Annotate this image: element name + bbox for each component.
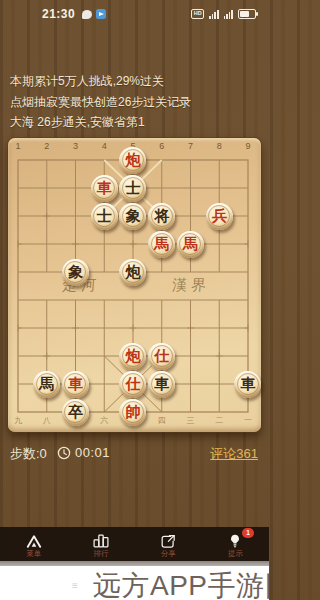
piece-red-炮[interactable]: 炮 <box>119 147 146 174</box>
watermark-text: 远方APP手游网 <box>93 567 269 600</box>
comments-link[interactable]: 评论361 <box>210 445 258 463</box>
piece-black-馬[interactable]: 馬 <box>33 371 60 398</box>
piece-red-炮[interactable]: 炮 <box>119 343 146 370</box>
notification-icons <box>82 9 106 19</box>
step-counter: 步数:0 <box>10 445 47 463</box>
pieces-layer: 炮車士士象将兵馬馬象炮炮仕馬車仕車車卒帥 <box>4 146 263 426</box>
nav-item-share[interactable]: 分享 <box>135 527 202 561</box>
best-player-line: 大海 26步通关,安徽省第1 <box>10 112 267 133</box>
status-bar: 21:30 HD <box>0 5 269 23</box>
battery-icon <box>238 9 256 19</box>
piece-red-帥[interactable]: 帥 <box>119 399 146 426</box>
chat-app-icon <box>82 10 92 19</box>
nav-label-share: 分享 <box>161 550 176 558</box>
piece-black-車[interactable]: 車 <box>234 371 261 398</box>
ranking-icon <box>92 533 110 549</box>
clock-time: 21:30 <box>42 7 75 21</box>
hud-bar: 步数:0 00:01 评论361 <box>0 444 269 462</box>
bottom-nav: 菜单 排行 分享 提示 1 <box>0 527 269 561</box>
watermark-mark: ≡ <box>72 580 78 591</box>
menu-icon <box>25 533 43 549</box>
hint-badge: 1 <box>242 528 254 538</box>
piece-red-兵[interactable]: 兵 <box>206 203 233 230</box>
share-icon <box>159 533 177 549</box>
piece-red-車[interactable]: 車 <box>91 175 118 202</box>
nav-item-menu[interactable]: 菜单 <box>0 527 67 561</box>
piece-red-馬[interactable]: 馬 <box>148 231 175 258</box>
piece-black-士[interactable]: 士 <box>91 203 118 230</box>
nav-label-menu: 菜单 <box>26 550 41 558</box>
piece-red-馬[interactable]: 馬 <box>177 231 204 258</box>
signal-icon <box>209 10 218 19</box>
piece-black-卒[interactable]: 卒 <box>62 399 89 426</box>
timer-value: 00:01 <box>75 445 110 460</box>
piece-black-炮[interactable]: 炮 <box>119 259 146 286</box>
nav-item-ranking[interactable]: 排行 <box>67 527 134 561</box>
xiangqi-board[interactable]: 123456789 九八七六五四三二一 楚河 漢界 炮車士士象将兵馬馬象炮炮仕馬… <box>8 138 261 432</box>
challenge-info: 本期累计5万人挑战,29%过关 点烟抽寂寞最快创造26步过关记录 大海 26步通… <box>10 71 267 133</box>
piece-red-仕[interactable]: 仕 <box>148 343 175 370</box>
record-holder-line: 点烟抽寂寞最快创造26步过关记录 <box>10 92 267 113</box>
timer-icon <box>57 446 71 460</box>
watermark-strip: ≡ 远方APP手游网 <box>0 566 269 600</box>
messenger-app-icon <box>96 9 106 19</box>
challenge-stats-line: 本期累计5万人挑战,29%过关 <box>10 71 267 92</box>
hd-badge-icon: HD <box>191 9 204 19</box>
piece-black-象[interactable]: 象 <box>62 259 89 286</box>
piece-black-将[interactable]: 将 <box>148 203 175 230</box>
piece-red-仕[interactable]: 仕 <box>119 371 146 398</box>
system-status-icons: HD <box>191 9 256 19</box>
nav-label-hint: 提示 <box>228 550 243 558</box>
signal-icon-2 <box>224 10 233 19</box>
piece-black-象[interactable]: 象 <box>119 203 146 230</box>
nav-label-ranking: 排行 <box>93 550 108 558</box>
piece-red-車[interactable]: 車 <box>62 371 89 398</box>
piece-black-車[interactable]: 車 <box>148 371 175 398</box>
piece-black-士[interactable]: 士 <box>119 175 146 202</box>
nav-item-hint[interactable]: 提示 1 <box>202 527 269 561</box>
